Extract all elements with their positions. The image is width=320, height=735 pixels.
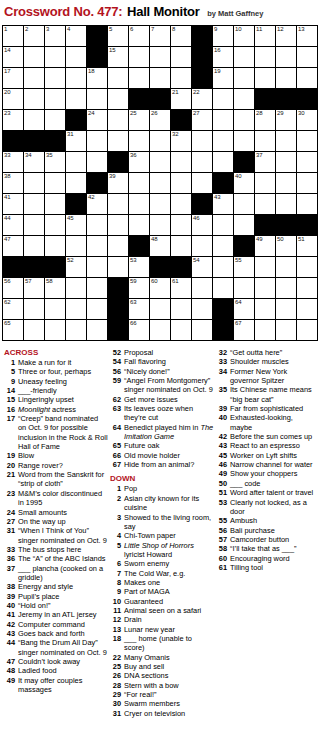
grid-cell[interactable]: 63 — [129, 299, 149, 319]
grid-cell[interactable] — [255, 68, 275, 88]
clue-text: Range rover? — [18, 461, 110, 470]
cell-number: 52 — [67, 257, 74, 264]
grid-cell[interactable] — [297, 68, 317, 88]
grid-cell-black — [66, 194, 86, 214]
grid-cell[interactable] — [24, 236, 44, 256]
grid-cell[interactable] — [129, 215, 149, 235]
grid-cell[interactable] — [171, 215, 191, 235]
clue-text: Couldn’t look away — [18, 657, 110, 666]
clue-item: 46Narrow channel for water — [216, 460, 317, 469]
grid-cell[interactable]: 32 — [171, 131, 191, 151]
grid-cell[interactable]: 34 — [24, 152, 44, 172]
clue-text: Cryer on television — [124, 709, 216, 718]
clue-number: 33 — [4, 545, 18, 554]
grid-cell[interactable] — [66, 89, 86, 109]
grid-cell[interactable] — [276, 257, 296, 277]
grid-cell[interactable] — [213, 257, 233, 277]
grid-cell[interactable] — [108, 110, 128, 130]
clue-number: 57 — [216, 535, 230, 544]
grid-cell[interactable]: 42 — [87, 194, 107, 214]
grid-cell[interactable] — [234, 194, 254, 214]
grid-cell[interactable]: 29 — [276, 110, 296, 130]
grid-cell[interactable] — [255, 278, 275, 298]
clue-text: Energy and style — [18, 582, 110, 591]
grid-cell[interactable]: 21 — [171, 89, 191, 109]
grid-cell[interactable] — [108, 236, 128, 256]
clue-number: 16 — [4, 405, 18, 414]
grid-cell[interactable] — [24, 215, 44, 235]
clue-item: 54Fall flavoring — [110, 357, 216, 366]
clue-number: 43 — [4, 629, 18, 638]
grid-cell[interactable] — [24, 320, 44, 340]
clue-number: 46 — [216, 460, 230, 469]
grid-cell[interactable] — [255, 131, 275, 151]
cell-number: 45 — [67, 215, 74, 222]
grid-cell[interactable] — [255, 47, 275, 67]
grid-cell[interactable] — [129, 68, 149, 88]
grid-cell[interactable]: 25 — [129, 110, 149, 130]
grid-cell[interactable]: 24 — [87, 110, 107, 130]
clue-item: 9Part of MAGA — [110, 587, 216, 596]
grid-cell[interactable]: 27 — [192, 110, 212, 130]
grid-cell[interactable] — [171, 320, 191, 340]
clue-number: 43 — [216, 441, 230, 450]
grid-cell[interactable]: 4 — [66, 26, 86, 46]
clue-number: 44 — [4, 638, 18, 657]
cell-number: 21 — [172, 89, 179, 96]
grid-cell[interactable]: 38 — [3, 173, 23, 193]
grid-cell[interactable] — [192, 278, 212, 298]
clue-number: 49 — [216, 469, 230, 478]
grid-cell-black — [87, 26, 107, 46]
grid-cell[interactable] — [66, 173, 86, 193]
grid-cell[interactable] — [213, 89, 233, 109]
grid-cell[interactable]: 44 — [3, 215, 23, 235]
grid-cell-black — [192, 68, 212, 88]
grid-cell[interactable]: 10 — [234, 26, 254, 46]
clue-item: 40Exhausted-looking, maybe — [216, 413, 317, 432]
grid-cell[interactable] — [66, 278, 86, 298]
grid-cell[interactable] — [150, 173, 170, 193]
grid-cell[interactable] — [276, 68, 296, 88]
clue-number: 56 — [216, 526, 230, 535]
clue-item: 43React to an espresso — [216, 441, 317, 450]
clue-text: Computer command — [18, 620, 110, 629]
grid-cell[interactable] — [108, 89, 128, 109]
grid-cell[interactable]: 5 — [108, 26, 128, 46]
clue-text: Encouraging word — [230, 554, 317, 563]
grid-cell[interactable]: 67 — [234, 320, 254, 340]
cell-number: 32 — [172, 131, 179, 138]
grid-cell[interactable] — [45, 215, 65, 235]
clue-text: Pop — [124, 484, 216, 493]
clue-item: 35Its Chinese name means “big bear cat” — [216, 385, 317, 404]
grid-cell[interactable]: 37 — [255, 152, 275, 172]
grid-cell[interactable] — [192, 320, 212, 340]
clue-text: Word from the Sanskrit for “strip of clo… — [18, 470, 110, 489]
cell-number: 62 — [4, 299, 11, 306]
grid-cell[interactable]: 49 — [255, 236, 275, 256]
cell-number: 29 — [277, 110, 284, 117]
grid-cell-black — [213, 299, 233, 319]
grid-cell[interactable] — [45, 173, 65, 193]
grid-cell[interactable] — [87, 299, 107, 319]
grid-cell[interactable] — [276, 320, 296, 340]
cell-number: 35 — [46, 152, 53, 159]
grid-cell[interactable] — [297, 131, 317, 151]
grid-cell[interactable] — [192, 173, 212, 193]
grid-cell[interactable] — [213, 110, 233, 130]
clue-text: ___-friendly — [18, 386, 110, 395]
grid-cell[interactable] — [24, 110, 44, 130]
grid-cell[interactable]: 26 — [150, 110, 170, 130]
grid-cell[interactable]: 45 — [66, 215, 86, 235]
grid-cell[interactable]: 33 — [3, 152, 23, 172]
grid-cell-black — [171, 110, 191, 130]
cell-number: 4 — [67, 26, 70, 33]
grid-cell[interactable] — [171, 47, 191, 67]
grid-cell[interactable] — [276, 173, 296, 193]
grid-cell[interactable] — [66, 152, 86, 172]
grid-cell[interactable]: 7 — [150, 26, 170, 46]
clue-text: Worker on Lyft shifts — [230, 451, 317, 460]
clue-text: Jeremy in an ATL jersey — [18, 610, 110, 619]
grid-cell[interactable]: 14 — [3, 47, 23, 67]
cell-number: 22 — [193, 89, 200, 96]
grid-cell-black — [213, 320, 233, 340]
clue-number: 36 — [4, 554, 18, 563]
grid-cell[interactable] — [255, 320, 275, 340]
grid-cell[interactable] — [255, 173, 275, 193]
grid-cell[interactable] — [234, 278, 254, 298]
clue-text: Fall flavoring — [124, 357, 216, 366]
cell-number: 5 — [109, 26, 112, 33]
grid-cell[interactable] — [129, 173, 149, 193]
grid-cell[interactable] — [192, 236, 212, 256]
grid-cell[interactable]: 13 — [297, 26, 317, 46]
grid-cell[interactable] — [276, 278, 296, 298]
grid-cell[interactable]: 11 — [255, 26, 275, 46]
clue-item: 43Goes back and forth — [4, 629, 110, 638]
grid-cell[interactable] — [87, 320, 107, 340]
grid-cell[interactable] — [276, 152, 296, 172]
clue-column-3: 32“Get outta here”33Shoulder muscles34Fo… — [216, 348, 317, 718]
grid-cell[interactable] — [297, 194, 317, 214]
clue-text: Swarm members — [124, 699, 216, 708]
grid-cell[interactable] — [87, 215, 107, 235]
grid-cell-black — [24, 131, 44, 151]
grid-cell[interactable] — [45, 320, 65, 340]
clue-item: 31“When I Think of You” singer nominated… — [4, 526, 110, 545]
grid-cell[interactable] — [297, 47, 317, 67]
grid-cell[interactable] — [171, 194, 191, 214]
grid-cell[interactable]: 41 — [3, 194, 23, 214]
grid-cell[interactable] — [150, 194, 170, 214]
grid-cell[interactable]: 9 — [213, 26, 233, 46]
grid-cell[interactable] — [213, 278, 233, 298]
grid-cell[interactable]: 28 — [255, 110, 275, 130]
grid-cell[interactable] — [234, 89, 254, 109]
grid-cell[interactable] — [66, 47, 86, 67]
clue-number: 22 — [110, 653, 124, 662]
grid-cell[interactable]: 54 — [192, 257, 212, 277]
grid-cell[interactable]: 64 — [234, 299, 254, 319]
grid-cell[interactable] — [234, 215, 254, 235]
grid-cell[interactable] — [129, 47, 149, 67]
grid-cell[interactable] — [171, 173, 191, 193]
grid-cell[interactable]: 56 — [3, 278, 23, 298]
grid-cell[interactable] — [276, 47, 296, 67]
grid-cell[interactable] — [171, 299, 191, 319]
clue-text: Lingeringly upset — [18, 395, 110, 404]
grid-cell-black — [234, 236, 254, 256]
grid-cell-black — [66, 110, 86, 130]
clue-item: 28Stern with a bow — [110, 681, 216, 690]
grid-cell[interactable] — [129, 131, 149, 151]
cell-number: 14 — [4, 47, 11, 54]
grid-cell[interactable]: 57 — [24, 278, 44, 298]
grid-cell[interactable]: 2 — [24, 26, 44, 46]
clue-number: 18 — [110, 634, 124, 653]
grid-cell[interactable] — [213, 131, 233, 151]
grid-cell[interactable] — [150, 320, 170, 340]
cell-number: 49 — [256, 236, 263, 243]
grid-cell[interactable]: 47 — [3, 236, 23, 256]
clue-item: 57Camcorder button — [216, 535, 317, 544]
clue-text: “Bang the Drum All Day” singer nominated… — [18, 638, 110, 657]
clue-text: Make a run for it — [18, 358, 110, 367]
grid-cell[interactable] — [108, 68, 128, 88]
grid-cell[interactable] — [108, 194, 128, 214]
grid-cell[interactable]: 66 — [129, 320, 149, 340]
grid-cell[interactable] — [255, 299, 275, 319]
clue-text: Guaranteed — [124, 597, 216, 606]
grid-cell[interactable] — [192, 152, 212, 172]
clue-text: Tilling tool — [230, 563, 317, 572]
clue-item: 21Word from the Sanskrit for “strip of c… — [4, 470, 110, 489]
grid-cell[interactable] — [255, 194, 275, 214]
grid-cell[interactable] — [234, 131, 254, 151]
cell-number: 8 — [172, 26, 175, 33]
clue-number: 41 — [4, 610, 18, 619]
grid-cell[interactable]: 62 — [3, 299, 23, 319]
grid-cell[interactable] — [66, 320, 86, 340]
grid-cell[interactable]: 8 — [171, 26, 191, 46]
grid-cell[interactable]: 48 — [150, 236, 170, 256]
clue-item: 22Many Omanis — [110, 653, 216, 662]
grid-cell[interactable] — [255, 257, 275, 277]
grid-cell[interactable] — [276, 299, 296, 319]
grid-cell[interactable] — [66, 236, 86, 256]
grid-cell[interactable] — [276, 194, 296, 214]
clue-text: “Nicely done!” — [124, 367, 216, 376]
grid-cell[interactable]: 19 — [213, 68, 233, 88]
grid-cell[interactable]: 6 — [129, 26, 149, 46]
grid-cell[interactable]: 31 — [66, 131, 86, 151]
grid-cell[interactable]: 36 — [129, 152, 149, 172]
cell-number: 36 — [130, 152, 137, 159]
clue-text: DNA sections — [124, 671, 216, 680]
grid-cell[interactable] — [150, 131, 170, 151]
grid-cell-black — [108, 278, 128, 298]
cell-number: 60 — [151, 278, 158, 285]
grid-cell[interactable] — [129, 194, 149, 214]
clue-number: 7 — [110, 569, 124, 578]
clue-item: 11Animal seen on a safari — [110, 606, 216, 615]
cell-number: 44 — [4, 215, 11, 222]
grid-cell[interactable] — [87, 257, 107, 277]
grid-cell[interactable]: 18 — [87, 68, 107, 88]
grid-cell[interactable]: 59 — [129, 278, 149, 298]
grid-cell[interactable] — [45, 47, 65, 67]
grid-cell[interactable] — [66, 299, 86, 319]
grid-cell[interactable] — [45, 194, 65, 214]
grid-cell[interactable] — [297, 173, 317, 193]
grid-cell[interactable] — [150, 215, 170, 235]
grid-cell[interactable]: 12 — [276, 26, 296, 46]
clue-item: 25Buy and sell — [110, 662, 216, 671]
grid-cell[interactable]: 43 — [213, 194, 233, 214]
grid-cell[interactable] — [45, 89, 65, 109]
grid-cell[interactable]: 15 — [108, 47, 128, 67]
cell-number: 66 — [130, 320, 137, 327]
grid-cell[interactable]: 55 — [234, 257, 254, 277]
grid-cell[interactable]: 61 — [171, 278, 191, 298]
clue-item: 34Former New York governor Spitzer — [216, 367, 317, 386]
grid-cell[interactable] — [150, 47, 170, 67]
grid-cell[interactable] — [297, 152, 317, 172]
clue-text: Sworn enemy — [124, 559, 216, 568]
grid-cell[interactable] — [192, 299, 212, 319]
grid-cell[interactable] — [213, 215, 233, 235]
grid-cell[interactable]: 51 — [297, 236, 317, 256]
grid-cell[interactable] — [213, 152, 233, 172]
grid-cell[interactable] — [45, 236, 65, 256]
clue-text: Small amounts — [18, 508, 110, 517]
grid-cell-black — [276, 215, 296, 235]
grid-cell[interactable] — [171, 152, 191, 172]
grid-cell[interactable] — [213, 236, 233, 256]
grid-cell[interactable] — [87, 89, 107, 109]
clue-number: 67 — [110, 460, 124, 469]
clue-item: 49Show your choppers — [216, 469, 317, 478]
clue-text: ___ code — [230, 479, 317, 488]
clue-text: Future oak — [124, 441, 216, 450]
grid-cell[interactable] — [45, 110, 65, 130]
clue-text: Before the sun comes up — [230, 432, 317, 441]
grid-cell[interactable] — [171, 68, 191, 88]
cell-number: 37 — [256, 152, 263, 159]
grid-cell[interactable] — [150, 152, 170, 172]
grid-cell[interactable] — [87, 278, 107, 298]
grid-cell[interactable]: 22 — [192, 89, 212, 109]
grid-cell[interactable] — [234, 68, 254, 88]
grid-cell[interactable]: 39 — [108, 173, 128, 193]
grid-cell[interactable] — [108, 257, 128, 277]
grid-cell[interactable]: 17 — [3, 68, 23, 88]
grid-cell[interactable]: 52 — [66, 257, 86, 277]
clue-item: 12Drain — [110, 615, 216, 624]
grid-cell[interactable] — [150, 68, 170, 88]
grid-cell[interactable] — [297, 320, 317, 340]
grid-cell[interactable]: 3 — [45, 26, 65, 46]
grid-cell[interactable] — [276, 131, 296, 151]
clue-text: “Get outta here” — [230, 348, 317, 357]
clue-item: 59“Angel From Montgomery” singer nominat… — [110, 376, 216, 395]
grid-cell[interactable]: 46 — [192, 215, 212, 235]
grid-cell[interactable] — [24, 47, 44, 67]
clue-item: 62Get more issues — [110, 395, 216, 404]
grid-cell-black — [87, 47, 107, 67]
grid-cell[interactable] — [24, 173, 44, 193]
grid-cell[interactable] — [87, 152, 107, 172]
grid-cell[interactable]: 1 — [3, 26, 23, 46]
grid-cell[interactable] — [234, 47, 254, 67]
grid-cell[interactable]: 35 — [45, 152, 65, 172]
clue-number: 13 — [110, 625, 124, 634]
grid-cell[interactable] — [297, 299, 317, 319]
clue-item: 66Old movie holder — [110, 451, 216, 460]
grid-cell[interactable] — [87, 131, 107, 151]
grid-cell[interactable]: 30 — [297, 110, 317, 130]
cell-number: 2 — [25, 26, 28, 33]
grid-cell[interactable] — [297, 257, 317, 277]
grid-cell[interactable] — [108, 215, 128, 235]
cell-number: 48 — [151, 236, 158, 243]
grid-cell[interactable] — [45, 299, 65, 319]
grid-cell[interactable]: 20 — [3, 89, 23, 109]
grid-cell[interactable]: 60 — [150, 278, 170, 298]
grid-cell[interactable]: 58 — [45, 278, 65, 298]
clue-item: 33Shoulder muscles — [216, 357, 317, 366]
grid-cell[interactable]: 50 — [276, 236, 296, 256]
grid-cell[interactable] — [87, 236, 107, 256]
clue-item: 55Ambush — [216, 516, 317, 525]
grid-cell[interactable] — [234, 110, 254, 130]
grid-cell[interactable] — [24, 89, 44, 109]
clue-item: 19Blow — [4, 451, 110, 460]
grid-cell[interactable] — [24, 194, 44, 214]
clue-number: 23 — [4, 489, 18, 508]
clue-text: Animal seen on a safari — [124, 606, 216, 615]
grid-cell[interactable] — [24, 68, 44, 88]
grid-cell-black — [3, 131, 23, 151]
grid-cell[interactable]: 23 — [3, 110, 23, 130]
grid-cell[interactable] — [150, 299, 170, 319]
grid-cell[interactable]: 40 — [234, 173, 254, 193]
grid-cell[interactable] — [171, 236, 191, 256]
grid-cell[interactable] — [45, 68, 65, 88]
grid-cell[interactable]: 65 — [3, 320, 23, 340]
clue-number: 60 — [216, 554, 230, 563]
grid-cell[interactable]: 16 — [213, 47, 233, 67]
clue-item: 29“For real!” — [110, 690, 216, 699]
grid-cell[interactable] — [108, 131, 128, 151]
grid-cell[interactable]: 53 — [129, 257, 149, 277]
grid-cell[interactable] — [66, 68, 86, 88]
grid-cell-black — [213, 173, 233, 193]
grid-cell[interactable] — [297, 278, 317, 298]
clue-item: 52Proposal — [110, 348, 216, 357]
clue-item: 32“Get outta here” — [216, 348, 317, 357]
cell-number: 26 — [151, 110, 158, 117]
clue-number: 19 — [4, 451, 18, 460]
across-header: ACROSS — [4, 348, 110, 358]
clue-number: 33 — [216, 357, 230, 366]
cell-number: 19 — [214, 68, 221, 75]
grid-cell[interactable] — [24, 299, 44, 319]
grid-cell[interactable] — [192, 131, 212, 151]
